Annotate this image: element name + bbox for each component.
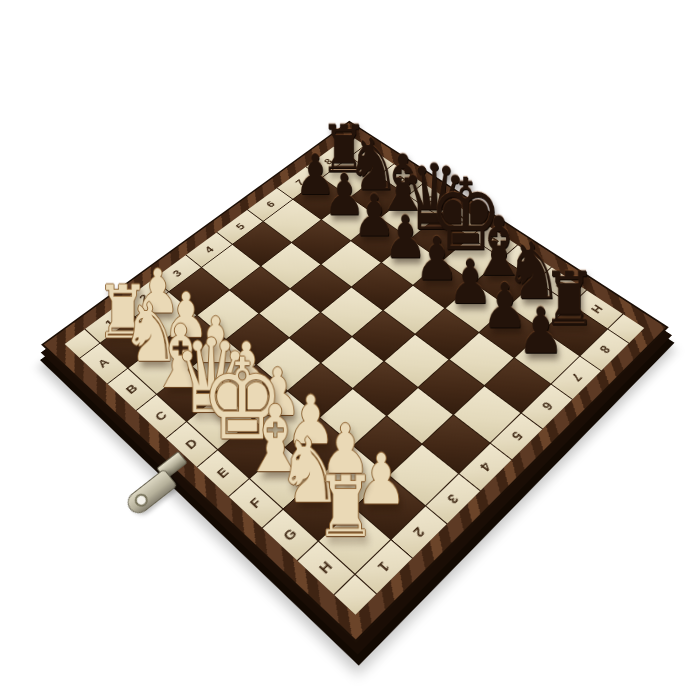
rank-label-right-5-text: 5 [509,429,525,442]
clasp-hole [132,491,150,509]
rank-label-right-1-text: 1 [376,559,393,574]
rank-label-right-3-text: 3 [445,492,461,506]
rank-label-right-7-text: 7 [569,371,585,383]
chess-set-photo: ABCDEFGH8♜♞♝♛♚♝♞♜87♟♟♟♟♟♟♟♟7665544332♟♟♟… [0,0,700,700]
rank-label-left-5-text: 5 [234,222,247,232]
chess-board: ABCDEFGH8♜♞♝♛♚♝♞♜87♟♟♟♟♟♟♟♟7665544332♟♟♟… [41,121,669,643]
rank-label-right-2-text: 2 [411,525,428,540]
rank-label-left-6-text: 6 [264,200,277,209]
file-label-bottom-d-text: D [183,437,200,452]
file-label-bottom-g-text: G [281,526,299,543]
rank-label-right-4-text: 4 [477,460,493,474]
board-scene: ABCDEFGH8♜♞♝♛♚♝♞♜87♟♟♟♟♟♟♟♟7665544332♟♟♟… [0,0,700,700]
rank-label-right-8-text: 8 [597,344,612,356]
file-label-bottom-b-text: B [124,382,140,396]
file-label-bottom-f-text: F [248,496,264,511]
piece-black-pawn[interactable]: ♟ [517,300,564,364]
file-label-bottom-a-text: A [96,357,111,370]
file-label-bottom-h-text: H [317,559,335,576]
board-grid: ABCDEFGH8♜♞♝♛♚♝♞♜87♟♟♟♟♟♟♟♟7665544332♟♟♟… [65,135,645,615]
rank-label-left-4-text: 4 [203,244,216,254]
rank-label-right-6-text: 6 [539,400,555,413]
piece-white-rook[interactable]: ♜ [315,465,377,549]
file-label-bottom-c-text: C [153,409,169,423]
file-label-bottom-e-text: E [215,466,231,481]
